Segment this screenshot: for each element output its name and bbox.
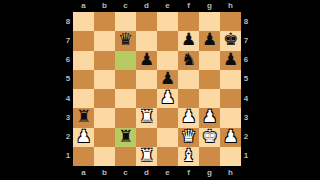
square-d5[interactable] [136, 70, 157, 89]
rank-label-5: 5 [63, 70, 73, 89]
rank-label-1: 1 [63, 147, 73, 166]
square-e4[interactable]: ♟ [157, 89, 178, 108]
square-e1[interactable] [157, 147, 178, 166]
file-label-a: a [73, 166, 94, 180]
file-label-g: g [199, 166, 220, 180]
square-a1[interactable] [73, 147, 94, 166]
rank-label-3: 3 [241, 108, 251, 127]
file-label-c: c [115, 0, 136, 12]
square-a6[interactable] [73, 51, 94, 70]
rank-labels-left: 87654321 [63, 12, 73, 166]
square-f6[interactable]: ♞ [178, 51, 199, 70]
square-f1[interactable]: ♝ [178, 147, 199, 166]
square-f5[interactable] [178, 70, 199, 89]
white-pawn: ♟ [76, 128, 91, 145]
black-pawn: ♟ [160, 70, 175, 87]
file-label-e: e [157, 166, 178, 180]
square-g6[interactable] [199, 51, 220, 70]
white-pawn: ♟ [202, 108, 217, 125]
file-label-f: f [178, 166, 199, 180]
square-d3[interactable]: ♜ [136, 108, 157, 127]
square-d6[interactable]: ♟ [136, 51, 157, 70]
square-e3[interactable] [157, 108, 178, 127]
rank-label-8: 8 [241, 12, 251, 31]
square-c2[interactable]: ♜ [115, 128, 136, 147]
square-b8[interactable] [94, 12, 115, 31]
square-e7[interactable] [157, 31, 178, 50]
square-h3[interactable] [220, 108, 241, 127]
square-f2[interactable]: ♛ [178, 128, 199, 147]
square-f8[interactable] [178, 12, 199, 31]
white-pawn: ♟ [223, 128, 238, 145]
square-h6[interactable]: ♟ [220, 51, 241, 70]
square-c5[interactable] [115, 70, 136, 89]
rank-label-3: 3 [63, 108, 73, 127]
black-queen: ♛ [118, 31, 133, 48]
file-label-h: h [220, 0, 241, 12]
square-f7[interactable]: ♟ [178, 31, 199, 50]
square-e8[interactable] [157, 12, 178, 31]
black-pawn: ♟ [139, 51, 154, 68]
rank-label-2: 2 [241, 128, 251, 147]
rank-label-6: 6 [63, 51, 73, 70]
square-d4[interactable] [136, 89, 157, 108]
square-h1[interactable] [220, 147, 241, 166]
file-label-b: b [94, 166, 115, 180]
square-f3[interactable]: ♟ [178, 108, 199, 127]
rank-labels-right: 87654321 [241, 12, 251, 166]
square-d1[interactable]: ♜ [136, 147, 157, 166]
black-pawn: ♟ [202, 31, 217, 48]
square-c1[interactable] [115, 147, 136, 166]
black-rook: ♜ [76, 108, 91, 125]
black-pawn: ♟ [181, 31, 196, 48]
rank-label-5: 5 [241, 70, 251, 89]
chess-board: ♛♟♟♚♟♞♟♟♟♜♜♟♟♟♜♛♚♟♜♝ [73, 12, 241, 166]
rank-label-1: 1 [241, 147, 251, 166]
square-f4[interactable] [178, 89, 199, 108]
square-b5[interactable] [94, 70, 115, 89]
square-g3[interactable]: ♟ [199, 108, 220, 127]
square-c4[interactable] [115, 89, 136, 108]
file-label-d: d [136, 0, 157, 12]
square-b4[interactable] [94, 89, 115, 108]
square-e2[interactable] [157, 128, 178, 147]
square-h4[interactable] [220, 89, 241, 108]
square-g5[interactable] [199, 70, 220, 89]
white-pawn: ♟ [160, 89, 175, 106]
square-g8[interactable] [199, 12, 220, 31]
rank-label-8: 8 [63, 12, 73, 31]
file-label-d: d [136, 166, 157, 180]
rank-label-7: 7 [241, 31, 251, 50]
file-label-e: e [157, 0, 178, 12]
white-king: ♚ [202, 128, 217, 145]
black-knight: ♞ [181, 51, 196, 68]
square-g7[interactable]: ♟ [199, 31, 220, 50]
square-d7[interactable] [136, 31, 157, 50]
square-h2[interactable]: ♟ [220, 128, 241, 147]
square-b3[interactable] [94, 108, 115, 127]
rank-label-2: 2 [63, 128, 73, 147]
black-king: ♚ [223, 31, 238, 48]
square-b2[interactable] [94, 128, 115, 147]
square-g1[interactable] [199, 147, 220, 166]
square-b1[interactable] [94, 147, 115, 166]
file-label-g: g [199, 0, 220, 12]
white-bishop: ♝ [181, 147, 196, 164]
white-queen: ♛ [181, 128, 196, 145]
square-e5[interactable]: ♟ [157, 70, 178, 89]
square-d2[interactable] [136, 128, 157, 147]
square-c6[interactable] [115, 51, 136, 70]
square-d8[interactable] [136, 12, 157, 31]
square-a8[interactable] [73, 12, 94, 31]
file-label-c: c [115, 166, 136, 180]
file-labels-top: abcdefgh [73, 0, 241, 12]
white-pawn: ♟ [181, 108, 196, 125]
square-a7[interactable] [73, 31, 94, 50]
file-label-a: a [73, 0, 94, 12]
square-b6[interactable] [94, 51, 115, 70]
rank-label-4: 4 [241, 89, 251, 108]
file-label-f: f [178, 0, 199, 12]
square-b7[interactable] [94, 31, 115, 50]
file-labels-bottom: abcdefgh [73, 166, 241, 180]
rank-label-6: 6 [241, 51, 251, 70]
rank-label-7: 7 [63, 31, 73, 50]
file-label-b: b [94, 0, 115, 12]
square-h7[interactable]: ♚ [220, 31, 241, 50]
chess-diagram-stage: abcdefgh abcdefgh 87654321 87654321 ♛♟♟♚… [0, 0, 320, 180]
white-rook: ♜ [139, 108, 154, 125]
square-c3[interactable] [115, 108, 136, 127]
square-a3[interactable]: ♜ [73, 108, 94, 127]
black-pawn: ♟ [223, 51, 238, 68]
black-rook: ♜ [118, 128, 133, 145]
square-g4[interactable] [199, 89, 220, 108]
square-h5[interactable] [220, 70, 241, 89]
square-a5[interactable] [73, 70, 94, 89]
square-e6[interactable] [157, 51, 178, 70]
square-a2[interactable]: ♟ [73, 128, 94, 147]
square-c8[interactable] [115, 12, 136, 31]
white-rook: ♜ [139, 147, 154, 164]
rank-label-4: 4 [63, 89, 73, 108]
square-h8[interactable] [220, 12, 241, 31]
file-label-h: h [220, 166, 241, 180]
square-g2[interactable]: ♚ [199, 128, 220, 147]
square-c7[interactable]: ♛ [115, 31, 136, 50]
square-a4[interactable] [73, 89, 94, 108]
